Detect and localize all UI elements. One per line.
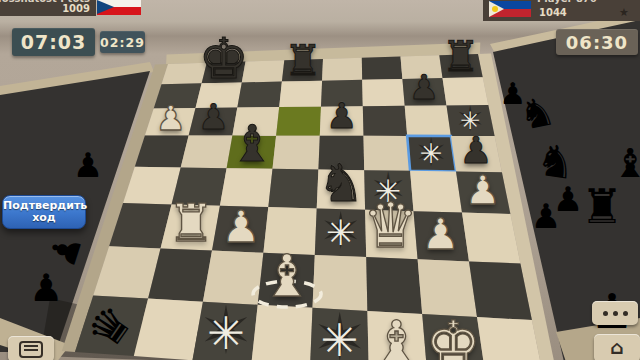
captured-black-pawn[interactable]: ♟: [71, 148, 105, 182]
square-f8[interactable]: [362, 57, 403, 80]
home-button[interactable]: ⌂: [594, 334, 640, 360]
philippines-flag-icon: [489, 1, 531, 17]
clock-black-main: 06:30: [556, 29, 638, 55]
chess-piece-white-pawn-c3[interactable]: ♟: [219, 205, 263, 249]
player-rating-left: 1009: [62, 3, 90, 14]
square-h3[interactable]: [462, 213, 520, 264]
game-screen: ✶✳✶✳✶✳✶✳✶✳✶✳ Tossnatost Ptots 1009 Playe…: [0, 0, 640, 360]
chat-bubble-icon: [19, 341, 43, 358]
chat-button[interactable]: [8, 336, 54, 360]
move-hint-star-c1[interactable]: ✳: [207, 307, 245, 360]
captured-black-pawn[interactable]: ♟: [27, 269, 65, 307]
chess-piece-black-pawn-b6[interactable]: ♟: [196, 100, 231, 135]
more-options-button[interactable]: [592, 301, 638, 325]
player-card-left: Tossnatost Ptots 1009: [0, 0, 96, 16]
chess-piece-black-pawn-e6[interactable]: ♟: [324, 99, 359, 134]
square-f2[interactable]: [366, 257, 422, 314]
square-b5[interactable]: [181, 136, 233, 169]
chess-piece-white-pawn-g3[interactable]: ♟: [419, 213, 462, 256]
chess-piece-white-queen-f3[interactable]: ♛: [360, 195, 422, 257]
three-dots-icon: [603, 311, 608, 316]
square-f7[interactable]: [362, 79, 405, 106]
chess-piece-white-pawn-a6[interactable]: ♟: [154, 101, 188, 135]
confirm-move-label-line2: ход: [3, 212, 85, 224]
player-rating-right: 1044: [539, 7, 567, 18]
captured-white-pawn[interactable]: ♟: [529, 199, 563, 233]
square-d4[interactable]: [268, 169, 318, 209]
chess-piece-black-pawn-h5[interactable]: ♟: [457, 132, 494, 169]
chess-piece-white-rook-b3[interactable]: ♜: [165, 197, 217, 249]
star-icon: ★: [619, 6, 629, 19]
move-hint-star-g5[interactable]: ✳: [420, 138, 443, 169]
confirm-move-button[interactable]: Подтвердить ход: [2, 195, 86, 229]
chess-piece-black-rook-h8[interactable]: ♜: [440, 36, 482, 78]
square-e8[interactable]: [322, 58, 362, 81]
square-d1[interactable]: [251, 305, 312, 360]
player-name-right: Player 876: [537, 0, 597, 4]
czech-flag-icon: [97, 0, 141, 15]
move-hint-star-e3[interactable]: ✳: [326, 213, 355, 253]
square-f6[interactable]: [363, 106, 407, 136]
chess-piece-black-pawn-g7[interactable]: ♟: [407, 70, 441, 104]
clock-white-move: 02:29: [100, 31, 145, 53]
home-icon: ⌂: [610, 338, 624, 357]
move-hint-star-e1[interactable]: ✳: [321, 314, 359, 360]
chess-piece-black-king-b8[interactable]: ♚: [196, 31, 252, 87]
chess-piece-black-bishop-c5[interactable]: ♝: [227, 119, 277, 169]
clock-white-main: 07:03: [12, 28, 95, 56]
chess-piece-white-bishop-d2[interactable]: ♝: [258, 247, 316, 305]
captured-white-bishop[interactable]: ♝: [610, 143, 640, 183]
captured-white-knight[interactable]: ♞: [513, 89, 560, 136]
chess-piece-black-rook-d8[interactable]: ♜: [282, 40, 324, 82]
chess-piece-white-bishop-f1[interactable]: ♝: [368, 313, 426, 360]
square-d5[interactable]: [273, 136, 320, 170]
captured-white-rook[interactable]: ♜: [578, 182, 626, 230]
chess-piece-white-king-g1[interactable]: ♚: [422, 313, 484, 360]
square-d6[interactable]: [276, 107, 321, 136]
chess-piece-white-pawn-h4[interactable]: ♟: [463, 170, 503, 210]
